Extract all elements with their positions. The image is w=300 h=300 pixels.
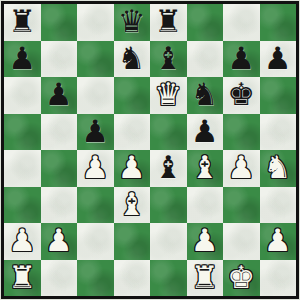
piece-black-pawn: ♟ — [45, 77, 73, 112]
square-a5[interactable] — [4, 114, 41, 151]
chess-board-frame: ♜♛♜♟♞♝♟♟♟♛♞♚♟♟♟♟♝♝♟♞♝♟♟♟♟♜♜♚ — [0, 0, 300, 300]
square-e5[interactable] — [150, 114, 187, 151]
piece-black-king: ♚ — [227, 77, 255, 112]
square-e4[interactable]: ♝ — [150, 150, 187, 187]
square-d8[interactable]: ♛ — [114, 4, 151, 41]
square-d5[interactable] — [114, 114, 151, 151]
square-a4[interactable] — [4, 150, 41, 187]
square-e6[interactable]: ♛ — [150, 77, 187, 114]
square-c2[interactable] — [77, 223, 114, 260]
square-b2[interactable]: ♟ — [41, 223, 78, 260]
square-h5[interactable] — [260, 114, 297, 151]
piece-white-pawn: ♟ — [45, 223, 73, 258]
square-e2[interactable] — [150, 223, 187, 260]
piece-white-pawn: ♟ — [191, 223, 219, 258]
square-c1[interactable] — [77, 260, 114, 297]
square-g8[interactable] — [223, 4, 260, 41]
piece-black-bishop: ♝ — [154, 41, 182, 76]
square-d1[interactable] — [114, 260, 151, 297]
piece-white-pawn: ♟ — [81, 150, 109, 185]
square-g7[interactable]: ♟ — [223, 41, 260, 78]
square-f4[interactable]: ♝ — [187, 150, 224, 187]
square-g1[interactable]: ♚ — [223, 260, 260, 297]
square-f7[interactable] — [187, 41, 224, 78]
square-h1[interactable] — [260, 260, 297, 297]
piece-white-pawn: ♟ — [118, 150, 146, 185]
square-h6[interactable] — [260, 77, 297, 114]
piece-black-pawn: ♟ — [191, 114, 219, 149]
square-c3[interactable] — [77, 187, 114, 224]
piece-white-pawn: ♟ — [227, 150, 255, 185]
square-g4[interactable]: ♟ — [223, 150, 260, 187]
square-b7[interactable] — [41, 41, 78, 78]
square-g6[interactable]: ♚ — [223, 77, 260, 114]
piece-black-pawn: ♟ — [264, 41, 292, 76]
square-g5[interactable] — [223, 114, 260, 151]
square-f6[interactable]: ♞ — [187, 77, 224, 114]
square-f2[interactable]: ♟ — [187, 223, 224, 260]
square-h4[interactable]: ♞ — [260, 150, 297, 187]
square-d4[interactable]: ♟ — [114, 150, 151, 187]
piece-black-pawn: ♟ — [8, 41, 36, 76]
piece-white-rook: ♜ — [8, 260, 36, 295]
square-b6[interactable]: ♟ — [41, 77, 78, 114]
square-b1[interactable] — [41, 260, 78, 297]
chess-board: ♜♛♜♟♞♝♟♟♟♛♞♚♟♟♟♟♝♝♟♞♝♟♟♟♟♜♜♚ — [4, 4, 296, 296]
piece-black-queen: ♛ — [118, 4, 146, 39]
square-c7[interactable] — [77, 41, 114, 78]
square-a2[interactable]: ♟ — [4, 223, 41, 260]
piece-black-pawn: ♟ — [227, 41, 255, 76]
piece-black-bishop: ♝ — [154, 150, 182, 185]
piece-white-rook: ♜ — [191, 260, 219, 295]
square-c5[interactable]: ♟ — [77, 114, 114, 151]
square-c8[interactable] — [77, 4, 114, 41]
square-f5[interactable]: ♟ — [187, 114, 224, 151]
square-b4[interactable] — [41, 150, 78, 187]
square-d2[interactable] — [114, 223, 151, 260]
square-g3[interactable] — [223, 187, 260, 224]
square-f3[interactable] — [187, 187, 224, 224]
piece-white-knight: ♞ — [264, 150, 292, 185]
piece-white-bishop: ♝ — [191, 150, 219, 185]
square-g2[interactable] — [223, 223, 260, 260]
square-f8[interactable] — [187, 4, 224, 41]
square-a8[interactable]: ♜ — [4, 4, 41, 41]
square-h3[interactable] — [260, 187, 297, 224]
piece-white-king: ♚ — [227, 260, 255, 295]
square-a1[interactable]: ♜ — [4, 260, 41, 297]
piece-white-pawn: ♟ — [8, 223, 36, 258]
square-c4[interactable]: ♟ — [77, 150, 114, 187]
square-a7[interactable]: ♟ — [4, 41, 41, 78]
square-b5[interactable] — [41, 114, 78, 151]
square-e7[interactable]: ♝ — [150, 41, 187, 78]
square-d7[interactable]: ♞ — [114, 41, 151, 78]
piece-white-queen: ♛ — [154, 77, 182, 112]
square-a3[interactable] — [4, 187, 41, 224]
square-h2[interactable]: ♟ — [260, 223, 297, 260]
piece-white-pawn: ♟ — [264, 223, 292, 258]
piece-black-knight: ♞ — [118, 41, 146, 76]
piece-white-bishop: ♝ — [118, 187, 146, 222]
square-c6[interactable] — [77, 77, 114, 114]
square-b3[interactable] — [41, 187, 78, 224]
square-b8[interactable] — [41, 4, 78, 41]
square-d3[interactable]: ♝ — [114, 187, 151, 224]
square-a6[interactable] — [4, 77, 41, 114]
square-h7[interactable]: ♟ — [260, 41, 297, 78]
square-e3[interactable] — [150, 187, 187, 224]
square-e1[interactable] — [150, 260, 187, 297]
piece-black-knight: ♞ — [191, 77, 219, 112]
square-h8[interactable] — [260, 4, 297, 41]
square-e8[interactable]: ♜ — [150, 4, 187, 41]
square-f1[interactable]: ♜ — [187, 260, 224, 297]
piece-black-rook: ♜ — [8, 4, 36, 39]
square-d6[interactable] — [114, 77, 151, 114]
piece-black-rook: ♜ — [154, 4, 182, 39]
piece-black-pawn: ♟ — [81, 114, 109, 149]
